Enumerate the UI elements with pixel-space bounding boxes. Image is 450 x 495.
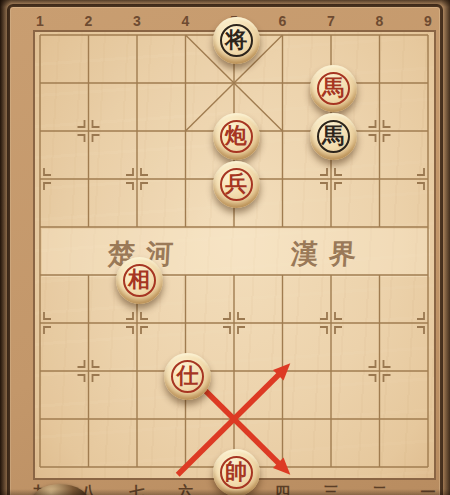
- piece-black-general[interactable]: 将: [213, 17, 260, 64]
- piece-ring: 兵: [220, 168, 253, 201]
- piece-character: 炮: [225, 125, 247, 147]
- piece-ring: 相: [123, 264, 156, 297]
- piece-black-horse[interactable]: 馬: [310, 113, 357, 160]
- piece-red-elephant[interactable]: 相: [116, 257, 163, 304]
- piece-character: 馬: [322, 77, 344, 99]
- piece-character: 兵: [225, 173, 247, 195]
- piece-character: 仕: [177, 365, 199, 387]
- piece-red-soldier[interactable]: 兵: [213, 161, 260, 208]
- piece-character: 馬: [322, 125, 344, 147]
- piece-ring: 馬: [317, 120, 350, 153]
- piece-ring: 仕: [171, 360, 204, 393]
- piece-ring: 帥: [220, 456, 253, 489]
- piece-red-advisor[interactable]: 仕: [164, 353, 211, 400]
- piece-ring: 馬: [317, 72, 350, 105]
- pieces-layer: 将馬炮馬兵相仕帥: [0, 0, 450, 495]
- piece-red-cannon[interactable]: 炮: [213, 113, 260, 160]
- piece-character: 将: [225, 29, 247, 51]
- piece-character: 相: [128, 269, 150, 291]
- xiangqi-app: 123456789 九八七六五四三二一 楚河 漢界 将馬炮馬兵相仕帥: [0, 0, 450, 495]
- piece-red-horse[interactable]: 馬: [310, 65, 357, 112]
- piece-ring: 炮: [220, 120, 253, 153]
- piece-red-general[interactable]: 帥: [213, 449, 260, 495]
- piece-character: 帥: [225, 461, 247, 483]
- piece-ring: 将: [220, 24, 253, 57]
